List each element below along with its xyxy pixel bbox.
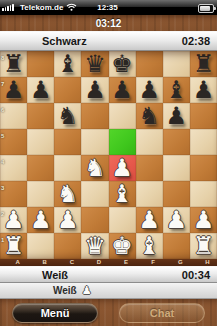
square-c1[interactable] <box>54 233 81 259</box>
file-label-g: G <box>167 259 194 266</box>
white-player-clock: 00:34 <box>182 269 210 281</box>
white-rook-h1: ♜ <box>193 233 215 259</box>
rank-label-8: 8 <box>1 55 4 61</box>
square-d6[interactable] <box>81 103 108 129</box>
black-bishop-c8: ♝ <box>57 51 79 77</box>
rank-label-3: 3 <box>1 185 4 191</box>
square-e2[interactable] <box>109 207 136 233</box>
black-knight-f6: ♞ <box>138 103 160 129</box>
file-label-b: B <box>31 259 58 266</box>
rank-label-2: 2 <box>1 211 4 217</box>
status-bar: Telekom.de 12:35 <box>0 0 217 15</box>
white-pawn-c2: ♟ <box>57 207 79 233</box>
white-player-bar: Weiß 00:34 <box>0 266 217 283</box>
square-g5[interactable] <box>163 129 190 155</box>
square-c2[interactable]: ♟ <box>54 207 81 233</box>
white-rook-a1: ♜ <box>3 233 25 259</box>
black-pawn-d7: ♟ <box>84 77 106 103</box>
rank-label-1: 1 <box>1 237 4 243</box>
black-pawn-f7: ♟ <box>138 77 160 103</box>
square-e5[interactable] <box>109 129 136 155</box>
square-g2[interactable]: ♟ <box>163 207 190 233</box>
square-h4[interactable] <box>190 155 217 181</box>
square-b8[interactable] <box>27 51 54 77</box>
square-d1[interactable]: ♛ <box>81 233 108 259</box>
square-h1[interactable]: ♜ <box>190 233 217 259</box>
white-pawn-g2: ♟ <box>166 207 188 233</box>
battery-icon <box>198 4 214 13</box>
file-label-c: C <box>58 259 85 266</box>
square-f5[interactable] <box>136 129 163 155</box>
square-e7[interactable]: ♟ <box>109 77 136 103</box>
square-g1[interactable] <box>163 233 190 259</box>
square-b5[interactable] <box>27 129 54 155</box>
black-pawn-b7: ♟ <box>30 77 52 103</box>
file-label-f: F <box>140 259 167 266</box>
square-e3[interactable]: ♝ <box>109 181 136 207</box>
wifi-icon <box>66 3 77 13</box>
square-b6[interactable] <box>27 103 54 129</box>
square-f7[interactable]: ♟ <box>136 77 163 103</box>
white-pawn-a2: ♟ <box>3 207 25 233</box>
file-label-a: A <box>4 259 31 266</box>
file-label-e: E <box>113 259 140 266</box>
black-knight-c6: ♞ <box>57 103 79 129</box>
square-e4[interactable]: ♟ <box>109 155 136 181</box>
black-pawn-e7: ♟ <box>111 77 133 103</box>
square-g3[interactable] <box>163 181 190 207</box>
square-f2[interactable]: ♟ <box>136 207 163 233</box>
square-e8[interactable]: ♚ <box>109 51 136 77</box>
square-d5[interactable] <box>81 129 108 155</box>
square-f1[interactable]: ♝ <box>136 233 163 259</box>
signal-strength-icon <box>2 3 15 11</box>
chess-board: ♜♝♛♚♜8♟♟♟♟♟♝♟7♞♞♟65♞♟4♞♝3♟♟♟♟♟♟2♜♛♚♝♜1 <box>0 51 217 259</box>
turn-player-label: Weiß <box>53 285 77 296</box>
white-knight-c3: ♞ <box>57 181 79 207</box>
square-h5[interactable] <box>190 129 217 155</box>
rank-label-4: 4 <box>1 159 4 165</box>
square-h6[interactable] <box>190 103 217 129</box>
black-queen-d8: ♛ <box>84 51 106 77</box>
white-knight-d4: ♞ <box>84 155 106 181</box>
black-pawn-h7: ♟ <box>193 77 215 103</box>
square-g7[interactable]: ♝ <box>163 77 190 103</box>
square-d8[interactable]: ♛ <box>81 51 108 77</box>
status-time: 12:35 <box>97 3 117 12</box>
white-pawn-h2: ♟ <box>193 207 215 233</box>
square-g6[interactable]: ♟ <box>163 103 190 129</box>
square-f3[interactable] <box>136 181 163 207</box>
chess-app-screen: Telekom.de 12:35 03:12 Schwarz 02:38 ♜♝♛… <box>0 0 217 326</box>
black-rook-h8: ♜ <box>193 51 215 77</box>
square-h3[interactable] <box>190 181 217 207</box>
game-timer: 03:12 <box>96 18 122 29</box>
square-c8[interactable]: ♝ <box>54 51 81 77</box>
white-bishop-e3: ♝ <box>111 181 133 207</box>
carrier-label: Telekom.de <box>20 3 63 12</box>
square-e1[interactable]: ♚ <box>109 233 136 259</box>
square-c5[interactable] <box>54 129 81 155</box>
file-label-d: D <box>85 259 112 266</box>
square-d7[interactable]: ♟ <box>81 77 108 103</box>
white-pawn-icon: ♟ <box>82 284 92 297</box>
square-f8[interactable] <box>136 51 163 77</box>
square-c6[interactable]: ♞ <box>54 103 81 129</box>
white-pawn-e4: ♟ <box>111 155 133 181</box>
square-f4[interactable] <box>136 155 163 181</box>
square-h2[interactable]: ♟ <box>190 207 217 233</box>
square-h8[interactable]: ♜ <box>190 51 217 77</box>
file-label-h: H <box>194 259 217 266</box>
square-b1[interactable] <box>27 233 54 259</box>
white-pawn-b2: ♟ <box>30 207 52 233</box>
chat-button[interactable]: Chat <box>119 303 205 323</box>
square-h7[interactable]: ♟ <box>190 77 217 103</box>
square-c4[interactable] <box>54 155 81 181</box>
square-e6[interactable] <box>109 103 136 129</box>
square-b7[interactable]: ♟ <box>27 77 54 103</box>
square-d2[interactable] <box>81 207 108 233</box>
white-bishop-f1: ♝ <box>138 233 160 259</box>
footer-toolbar: Menü Chat <box>0 299 217 326</box>
white-queen-d1: ♛ <box>84 233 106 259</box>
file-letters-strip: ABCDEFGH <box>0 259 217 266</box>
square-d3[interactable] <box>81 181 108 207</box>
menu-button[interactable]: Menü <box>12 303 98 323</box>
square-b2[interactable]: ♟ <box>27 207 54 233</box>
white-player-name: Weiß <box>42 269 68 281</box>
rank-label-6: 6 <box>1 107 4 113</box>
black-king-e8: ♚ <box>111 51 133 77</box>
turn-indicator-bar: Weiß ♟ <box>0 283 217 299</box>
rank-label-7: 7 <box>1 81 4 87</box>
square-c7[interactable] <box>54 77 81 103</box>
black-player-clock: 02:38 <box>182 35 210 47</box>
black-pawn-a7: ♟ <box>3 77 25 103</box>
square-b3[interactable] <box>27 181 54 207</box>
black-player-name: Schwarz <box>42 35 87 47</box>
square-b4[interactable] <box>27 155 54 181</box>
game-timer-strip: 03:12 <box>0 15 217 31</box>
black-pawn-g6: ♟ <box>166 103 188 129</box>
black-bishop-g7: ♝ <box>166 77 188 103</box>
square-c3[interactable]: ♞ <box>54 181 81 207</box>
square-g4[interactable] <box>163 155 190 181</box>
black-rook-a8: ♜ <box>3 51 25 77</box>
square-f6[interactable]: ♞ <box>136 103 163 129</box>
white-king-e1: ♚ <box>111 233 133 259</box>
rank-label-5: 5 <box>1 133 4 139</box>
white-pawn-f2: ♟ <box>138 207 160 233</box>
square-g8[interactable] <box>163 51 190 77</box>
square-d4[interactable]: ♞ <box>81 155 108 181</box>
black-player-bar: Schwarz 02:38 <box>0 31 217 51</box>
